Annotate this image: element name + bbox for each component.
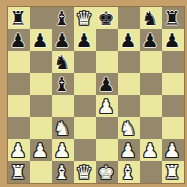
square-b4[interactable]: [30, 95, 52, 117]
piece-black-pawn-a7[interactable]: ♟: [9, 29, 26, 51]
square-c8[interactable]: ♝: [52, 7, 74, 29]
piece-white-rook-a1[interactable]: ♜: [9, 161, 26, 183]
square-b8[interactable]: [30, 7, 52, 29]
square-a7[interactable]: ♟: [8, 29, 30, 51]
piece-white-bishop-c1[interactable]: ♝: [53, 161, 70, 183]
square-e4[interactable]: ♟: [96, 95, 118, 117]
piece-white-king-e1[interactable]: ♚: [97, 161, 114, 183]
square-d1[interactable]: ♛: [74, 161, 96, 183]
piece-black-king-e8[interactable]: ♚: [97, 7, 114, 29]
square-a1[interactable]: ♜: [8, 161, 30, 183]
chess-app-window: ♜♝♛♚♞♜♟♟♟♟♟♟♟♞♝♟♟♞♞♟♟♟♟♟♟♜♝♛♚♝♜: [0, 0, 187, 187]
square-g1[interactable]: [140, 161, 162, 183]
square-e2[interactable]: [96, 139, 118, 161]
square-f2[interactable]: ♟: [118, 139, 140, 161]
piece-black-pawn-f7[interactable]: ♟: [119, 29, 136, 51]
piece-white-pawn-b2[interactable]: ♟: [31, 139, 48, 161]
square-b1[interactable]: [30, 161, 52, 183]
piece-white-knight-f3[interactable]: ♞: [119, 117, 136, 139]
square-d2[interactable]: [74, 139, 96, 161]
square-c2[interactable]: ♟: [52, 139, 74, 161]
chess-board: ♜♝♛♚♞♜♟♟♟♟♟♟♟♞♝♟♟♞♞♟♟♟♟♟♟♜♝♛♚♝♜: [8, 7, 184, 183]
piece-black-pawn-e5[interactable]: ♟: [97, 73, 114, 95]
piece-white-pawn-c2[interactable]: ♟: [53, 139, 70, 161]
piece-black-bishop-c5[interactable]: ♝: [53, 73, 70, 95]
piece-black-pawn-g7[interactable]: ♟: [141, 29, 158, 51]
square-c4[interactable]: [52, 95, 74, 117]
square-c7[interactable]: ♟: [52, 29, 74, 51]
square-b7[interactable]: ♟: [30, 29, 52, 51]
piece-black-bishop-c8[interactable]: ♝: [53, 7, 70, 29]
square-g8[interactable]: ♞: [140, 7, 162, 29]
square-a6[interactable]: [8, 51, 30, 73]
square-f3[interactable]: ♞: [118, 117, 140, 139]
square-c1[interactable]: ♝: [52, 161, 74, 183]
piece-black-pawn-c7[interactable]: ♟: [53, 29, 70, 51]
piece-black-knight-c6[interactable]: ♞: [53, 51, 70, 73]
square-a2[interactable]: ♟: [8, 139, 30, 161]
square-h8[interactable]: ♜: [162, 7, 184, 29]
square-h3[interactable]: [162, 117, 184, 139]
piece-white-pawn-e4[interactable]: ♟: [97, 95, 114, 117]
square-d4[interactable]: [74, 95, 96, 117]
square-f7[interactable]: ♟: [118, 29, 140, 51]
square-c3[interactable]: ♞: [52, 117, 74, 139]
square-d7[interactable]: ♟: [74, 29, 96, 51]
square-e8[interactable]: ♚: [96, 7, 118, 29]
square-g2[interactable]: ♟: [140, 139, 162, 161]
square-b5[interactable]: [30, 73, 52, 95]
square-c5[interactable]: ♝: [52, 73, 74, 95]
piece-white-pawn-h2[interactable]: ♟: [163, 139, 180, 161]
square-g7[interactable]: ♟: [140, 29, 162, 51]
square-e7[interactable]: [96, 29, 118, 51]
square-d3[interactable]: [74, 117, 96, 139]
square-f8[interactable]: [118, 7, 140, 29]
piece-white-pawn-a2[interactable]: ♟: [9, 139, 26, 161]
piece-white-knight-c3[interactable]: ♞: [53, 117, 70, 139]
square-a5[interactable]: [8, 73, 30, 95]
square-a4[interactable]: [8, 95, 30, 117]
square-h6[interactable]: [162, 51, 184, 73]
square-h5[interactable]: [162, 73, 184, 95]
piece-black-knight-g8[interactable]: ♞: [141, 7, 158, 29]
square-e3[interactable]: [96, 117, 118, 139]
square-g5[interactable]: [140, 73, 162, 95]
square-h4[interactable]: [162, 95, 184, 117]
square-g6[interactable]: [140, 51, 162, 73]
square-g4[interactable]: [140, 95, 162, 117]
square-a8[interactable]: ♜: [8, 7, 30, 29]
piece-white-rook-h1[interactable]: ♜: [163, 161, 180, 183]
square-b3[interactable]: [30, 117, 52, 139]
piece-white-queen-d8[interactable]: ♛: [75, 7, 92, 29]
square-e6[interactable]: [96, 51, 118, 73]
piece-black-rook-h8[interactable]: ♜: [163, 7, 180, 29]
square-h7[interactable]: ♟: [162, 29, 184, 51]
square-d5[interactable]: [74, 73, 96, 95]
piece-black-pawn-h7[interactable]: ♟: [163, 29, 180, 51]
piece-black-pawn-b7[interactable]: ♟: [31, 29, 48, 51]
square-f5[interactable]: [118, 73, 140, 95]
square-h2[interactable]: ♟: [162, 139, 184, 161]
piece-black-pawn-d7[interactable]: ♟: [75, 29, 92, 51]
square-b6[interactable]: [30, 51, 52, 73]
square-d8[interactable]: ♛: [74, 7, 96, 29]
piece-black-rook-a8[interactable]: ♜: [9, 7, 26, 29]
square-a3[interactable]: [8, 117, 30, 139]
square-f4[interactable]: [118, 95, 140, 117]
square-c6[interactable]: ♞: [52, 51, 74, 73]
square-h1[interactable]: ♜: [162, 161, 184, 183]
piece-white-pawn-f2[interactable]: ♟: [119, 139, 136, 161]
piece-white-queen-d1[interactable]: ♛: [75, 161, 92, 183]
square-b2[interactable]: ♟: [30, 139, 52, 161]
square-g3[interactable]: [140, 117, 162, 139]
piece-white-bishop-f1[interactable]: ♝: [119, 161, 136, 183]
square-e5[interactable]: ♟: [96, 73, 118, 95]
square-f6[interactable]: [118, 51, 140, 73]
square-e1[interactable]: ♚: [96, 161, 118, 183]
square-f1[interactable]: ♝: [118, 161, 140, 183]
piece-white-pawn-g2[interactable]: ♟: [141, 139, 158, 161]
square-d6[interactable]: [74, 51, 96, 73]
